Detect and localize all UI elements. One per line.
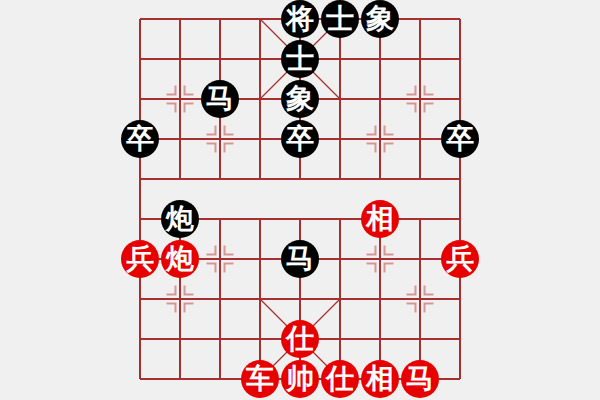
black-cannon[interactable]: 炮 xyxy=(161,200,199,238)
red-horse[interactable]: 马 xyxy=(401,360,439,398)
red-elephant[interactable]: 相 xyxy=(361,200,399,238)
red-soldier[interactable]: 兵 xyxy=(121,240,159,278)
red-advisor[interactable]: 仕 xyxy=(321,360,359,398)
black-advisor[interactable]: 士 xyxy=(281,40,319,78)
red-general[interactable]: 帅 xyxy=(281,360,319,398)
black-elephant[interactable]: 象 xyxy=(361,0,399,38)
black-soldier[interactable]: 卒 xyxy=(441,120,479,158)
red-chariot[interactable]: 车 xyxy=(241,360,279,398)
black-elephant[interactable]: 象 xyxy=(281,80,319,118)
xiangqi-board: 将士象士马象卒卒卒炮相兵炮马兵仕车帅仕相马 xyxy=(0,0,600,400)
black-soldier[interactable]: 卒 xyxy=(281,120,319,158)
black-advisor[interactable]: 士 xyxy=(321,0,359,38)
red-elephant[interactable]: 相 xyxy=(361,360,399,398)
black-horse[interactable]: 马 xyxy=(281,240,319,278)
black-soldier[interactable]: 卒 xyxy=(121,120,159,158)
black-general[interactable]: 将 xyxy=(281,0,319,38)
red-soldier[interactable]: 兵 xyxy=(441,240,479,278)
red-advisor[interactable]: 仕 xyxy=(281,320,319,358)
red-cannon[interactable]: 炮 xyxy=(161,240,199,278)
black-horse[interactable]: 马 xyxy=(201,80,239,118)
